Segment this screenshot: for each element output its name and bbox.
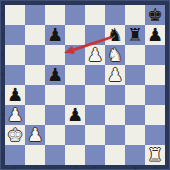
square-e7[interactable] <box>85 25 105 45</box>
square-a4[interactable]: ♟ <box>5 85 25 105</box>
square-g2[interactable] <box>125 125 145 145</box>
coord-file-e: e <box>85 165 105 170</box>
square-b3[interactable] <box>25 105 45 125</box>
square-h4[interactable] <box>145 85 165 105</box>
square-c7[interactable]: ♟ <box>45 25 65 45</box>
square-e6[interactable]: ♟ <box>85 45 105 65</box>
coord-file-d: d <box>65 165 85 170</box>
square-d5[interactable] <box>65 65 85 85</box>
piece-black-pawn-d3[interactable]: ♟ <box>65 105 85 125</box>
piece-white-king-a2[interactable]: ♚ <box>5 125 25 145</box>
square-g8[interactable] <box>125 5 145 25</box>
coord-rank-6: 6 <box>0 45 5 65</box>
piece-black-pawn-c7[interactable]: ♟ <box>45 25 65 45</box>
square-d4[interactable] <box>65 85 85 105</box>
square-a8[interactable] <box>5 5 25 25</box>
chess-board: ♚♟♞♜♟♟♞♟♟♟♟♟♚♟♜ <box>5 5 165 165</box>
square-d3[interactable]: ♟ <box>65 105 85 125</box>
piece-white-knight-f6[interactable]: ♞ <box>105 45 125 65</box>
square-e2[interactable] <box>85 125 105 145</box>
piece-black-pawn-a4[interactable]: ♟ <box>5 85 25 105</box>
square-h2[interactable] <box>145 125 165 145</box>
square-c3[interactable] <box>45 105 65 125</box>
piece-black-king-h8[interactable]: ♚ <box>145 5 165 25</box>
coord-file-h: h <box>145 165 165 170</box>
square-e4[interactable] <box>85 85 105 105</box>
square-d8[interactable] <box>65 5 85 25</box>
square-h8[interactable]: ♚ <box>145 5 165 25</box>
coord-file-c: c <box>45 165 65 170</box>
square-d2[interactable] <box>65 125 85 145</box>
square-b2[interactable]: ♟ <box>25 125 45 145</box>
square-c8[interactable] <box>45 5 65 25</box>
square-c1[interactable] <box>45 145 65 165</box>
square-f3[interactable] <box>105 105 125 125</box>
square-f1[interactable] <box>105 145 125 165</box>
square-a1[interactable] <box>5 145 25 165</box>
square-b7[interactable] <box>25 25 45 45</box>
square-g4[interactable] <box>125 85 145 105</box>
coord-file-f: f <box>105 165 125 170</box>
square-f5[interactable]: ♟ <box>105 65 125 85</box>
square-c4[interactable] <box>45 85 65 105</box>
square-f4[interactable] <box>105 85 125 105</box>
square-f6[interactable]: ♞ <box>105 45 125 65</box>
square-g7[interactable]: ♜ <box>125 25 145 45</box>
square-g5[interactable] <box>125 65 145 85</box>
square-h3[interactable] <box>145 105 165 125</box>
square-g1[interactable] <box>125 145 145 165</box>
piece-white-pawn-b2[interactable]: ♟ <box>25 125 45 145</box>
square-h7[interactable]: ♟ <box>145 25 165 45</box>
square-a6[interactable] <box>5 45 25 65</box>
square-f8[interactable] <box>105 5 125 25</box>
square-b8[interactable] <box>25 5 45 25</box>
coord-file-g: g <box>125 165 145 170</box>
coord-rank-1: 1 <box>0 145 5 165</box>
coord-file-b: b <box>25 165 45 170</box>
piece-white-pawn-a3[interactable]: ♟ <box>5 105 25 125</box>
square-b5[interactable] <box>25 65 45 85</box>
square-a2[interactable]: ♚ <box>5 125 25 145</box>
piece-white-pawn-e6[interactable]: ♟ <box>85 45 105 65</box>
square-a5[interactable] <box>5 65 25 85</box>
square-c6[interactable] <box>45 45 65 65</box>
square-a7[interactable] <box>5 25 25 45</box>
coord-rank-8: 8 <box>0 5 5 25</box>
piece-black-rook-g7[interactable]: ♜ <box>125 25 145 45</box>
coord-file-a: a <box>5 165 25 170</box>
square-g3[interactable] <box>125 105 145 125</box>
piece-white-pawn-f5[interactable]: ♟ <box>105 65 125 85</box>
square-g6[interactable] <box>125 45 145 65</box>
square-d6[interactable] <box>65 45 85 65</box>
square-c5[interactable]: ♟ <box>45 65 65 85</box>
square-e8[interactable] <box>85 5 105 25</box>
piece-black-pawn-h7[interactable]: ♟ <box>145 25 165 45</box>
square-b1[interactable] <box>25 145 45 165</box>
square-b6[interactable] <box>25 45 45 65</box>
square-d1[interactable] <box>65 145 85 165</box>
coord-rank-5: 5 <box>0 65 5 85</box>
square-f7[interactable]: ♞ <box>105 25 125 45</box>
square-b4[interactable] <box>25 85 45 105</box>
square-e3[interactable] <box>85 105 105 125</box>
square-h6[interactable] <box>145 45 165 65</box>
square-e1[interactable] <box>85 145 105 165</box>
square-d7[interactable] <box>65 25 85 45</box>
coord-rank-7: 7 <box>0 25 5 45</box>
square-h5[interactable] <box>145 65 165 85</box>
piece-white-rook-h1[interactable]: ♜ <box>145 145 165 165</box>
board-frame: ♚♟♞♜♟♟♞♟♟♟♟♟♚♟♜ 87654321abcdefgh <box>0 0 170 170</box>
square-h1[interactable]: ♜ <box>145 145 165 165</box>
square-c2[interactable] <box>45 125 65 145</box>
square-e5[interactable] <box>85 65 105 85</box>
square-f2[interactable] <box>105 125 125 145</box>
square-a3[interactable]: ♟ <box>5 105 25 125</box>
piece-black-knight-f7[interactable]: ♞ <box>105 25 125 45</box>
piece-black-pawn-c5[interactable]: ♟ <box>45 65 65 85</box>
